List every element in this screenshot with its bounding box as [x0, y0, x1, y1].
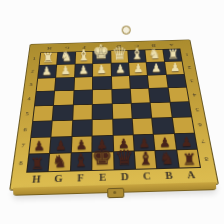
piece-white-pawn: ♟	[60, 65, 70, 77]
square-a1[interactable]: ♜	[163, 49, 182, 61]
square-e5[interactable]	[93, 104, 112, 119]
file-label-e: E	[93, 42, 111, 51]
square-e3[interactable]	[93, 76, 111, 89]
square-e7[interactable]: ♟	[93, 135, 113, 152]
square-c3[interactable]	[130, 75, 149, 88]
square-g5[interactable]	[53, 105, 72, 120]
square-g1[interactable]: ♞	[58, 52, 75, 64]
square-d6[interactable]	[113, 119, 133, 135]
square-b7[interactable]: ♟	[154, 134, 176, 151]
piece-white-pawn: ♟	[133, 63, 143, 75]
piece-white-pawn: ♟	[42, 65, 52, 77]
square-g8[interactable]: ♞	[49, 154, 70, 172]
square-c5[interactable]	[132, 103, 152, 118]
file-label-a: A	[162, 40, 181, 49]
square-b2[interactable]: ♟	[147, 62, 166, 75]
piece-black-king: ♚	[92, 145, 114, 169]
piece-black-pawn: ♟	[96, 138, 108, 151]
square-d7[interactable]: ♟	[113, 135, 133, 152]
square-h1[interactable]: ♜	[40, 53, 58, 65]
file-label-f: F	[75, 43, 93, 52]
square-c7[interactable]: ♟	[134, 134, 155, 151]
square-c1[interactable]: ♝	[128, 50, 146, 62]
square-g3[interactable]	[55, 77, 73, 90]
piece-white-pawn: ♟	[170, 62, 180, 74]
square-h5[interactable]	[33, 106, 53, 121]
piece-black-pawn: ♟	[54, 139, 66, 152]
piece-white-rook: ♜	[167, 47, 179, 60]
piece-black-rook: ♜	[182, 150, 196, 166]
file-label-d: D	[110, 42, 128, 51]
square-a8[interactable]: ♜	[177, 150, 200, 168]
square-c6[interactable]	[133, 118, 153, 134]
file-label-c: C	[127, 41, 145, 50]
square-a4[interactable]	[168, 88, 188, 102]
square-f4[interactable]	[74, 90, 92, 104]
file-label-g: G	[58, 43, 76, 52]
square-b8[interactable]: ♞	[156, 151, 178, 169]
piece-white-pawn: ♟	[151, 62, 161, 74]
piece-black-pawn: ♟	[180, 135, 192, 148]
square-c8[interactable]: ♝	[135, 151, 157, 169]
square-d4[interactable]	[112, 89, 131, 103]
square-d3[interactable]	[111, 76, 129, 89]
rank-label-1: 1	[180, 48, 193, 61]
square-c2[interactable]: ♟	[129, 62, 147, 75]
square-f3[interactable]	[74, 77, 92, 90]
square-g4[interactable]	[54, 91, 73, 105]
square-h8[interactable]: ♜	[27, 154, 49, 172]
piece-black-bishop: ♝	[73, 151, 90, 169]
playing-area: ♜♞♝♚♛♝♞♜♟♟♟♟♟♟♟♟♟♟♟♟♟♟♟♟♜♞♝♚♛♝♞♜	[26, 49, 201, 173]
square-e8[interactable]: ♚	[92, 152, 113, 170]
square-b5[interactable]	[151, 103, 171, 118]
square-g7[interactable]: ♟	[51, 137, 72, 154]
piece-black-pawn: ♟	[33, 139, 45, 152]
square-h7[interactable]: ♟	[29, 137, 50, 154]
chess-board: HGFEDCBA HGFEDCBA 12345678 12345678 ♜♞♝♚…	[9, 40, 219, 191]
piece-white-rook: ♜	[42, 51, 54, 64]
square-f8[interactable]: ♝	[71, 153, 92, 171]
square-g2[interactable]: ♟	[57, 64, 75, 77]
square-d1[interactable]: ♛	[111, 51, 128, 63]
square-a7[interactable]: ♟	[175, 133, 197, 150]
piece-black-knight: ♞	[51, 153, 67, 170]
square-h6[interactable]	[31, 121, 52, 137]
square-h2[interactable]: ♟	[38, 65, 56, 78]
square-b3[interactable]	[148, 75, 167, 88]
square-a6[interactable]	[172, 117, 193, 133]
chess-set-photo: HGFEDCBA HGFEDCBA 12345678 12345678 ♜♞♝♚…	[0, 0, 224, 224]
rank-label-2: 2	[182, 60, 196, 73]
piece-black-rook: ♜	[30, 155, 44, 171]
piece-white-pawn: ♟	[115, 63, 125, 75]
square-e2[interactable]: ♟	[93, 63, 110, 76]
piece-white-pawn: ♟	[78, 64, 88, 76]
board-tilt-wrapper: HGFEDCBA HGFEDCBA 12345678 12345678 ♜♞♝♚…	[0, 0, 224, 224]
piece-black-pawn: ♟	[159, 136, 171, 149]
square-f5[interactable]	[73, 105, 92, 120]
piece-black-bishop: ♝	[138, 149, 155, 167]
square-h4[interactable]	[35, 91, 54, 105]
file-label-b: B	[144, 41, 162, 50]
square-c4[interactable]	[131, 89, 150, 103]
square-f2[interactable]: ♟	[75, 64, 92, 77]
file-label-h: H	[40, 44, 58, 53]
square-f1[interactable]: ♝	[75, 52, 92, 64]
piece-white-pawn: ♟	[96, 64, 106, 76]
square-a2[interactable]: ♟	[165, 61, 184, 74]
piece-black-pawn: ♟	[138, 136, 150, 149]
square-d5[interactable]	[112, 104, 131, 119]
square-a5[interactable]	[170, 102, 191, 117]
square-f7[interactable]: ♟	[72, 136, 92, 153]
square-a3[interactable]	[166, 74, 186, 87]
square-f6[interactable]	[72, 120, 92, 136]
square-e1[interactable]: ♚	[93, 51, 110, 63]
rank-label-3: 3	[185, 73, 199, 87]
piece-black-pawn: ♟	[117, 137, 129, 150]
board-3d-scene: HGFEDCBA HGFEDCBA 12345678 12345678 ♜♞♝♚…	[18, 11, 205, 198]
piece-black-knight: ♞	[160, 150, 176, 167]
square-e4[interactable]	[93, 90, 111, 104]
square-g6[interactable]	[52, 120, 72, 136]
square-b6[interactable]	[152, 118, 173, 134]
square-h3[interactable]	[37, 78, 56, 91]
piece-black-pawn: ♟	[75, 138, 87, 151]
brass-clasp-icon	[107, 188, 124, 198]
rank-label-4: 4	[187, 87, 201, 102]
square-b1[interactable]: ♞	[146, 50, 164, 62]
square-d2[interactable]: ♟	[111, 63, 129, 76]
square-b4[interactable]	[150, 88, 170, 102]
square-e6[interactable]	[93, 119, 112, 135]
square-d8[interactable]: ♛	[114, 152, 135, 170]
